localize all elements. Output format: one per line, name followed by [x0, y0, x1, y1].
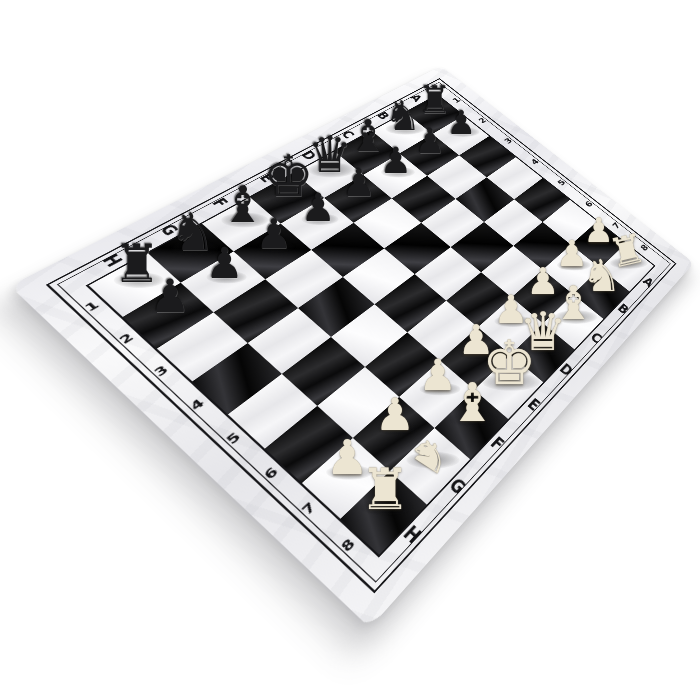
- chess-set-photo: AA11BB22CC33DD44EE55FF66GG77HH88 ♜♞♟♝♟♛♟…: [0, 0, 700, 700]
- vinyl-chess-mat: AA11BB22CC33DD44EE55FF66GG77HH88: [10, 66, 694, 628]
- chess-board-grid: [86, 94, 656, 557]
